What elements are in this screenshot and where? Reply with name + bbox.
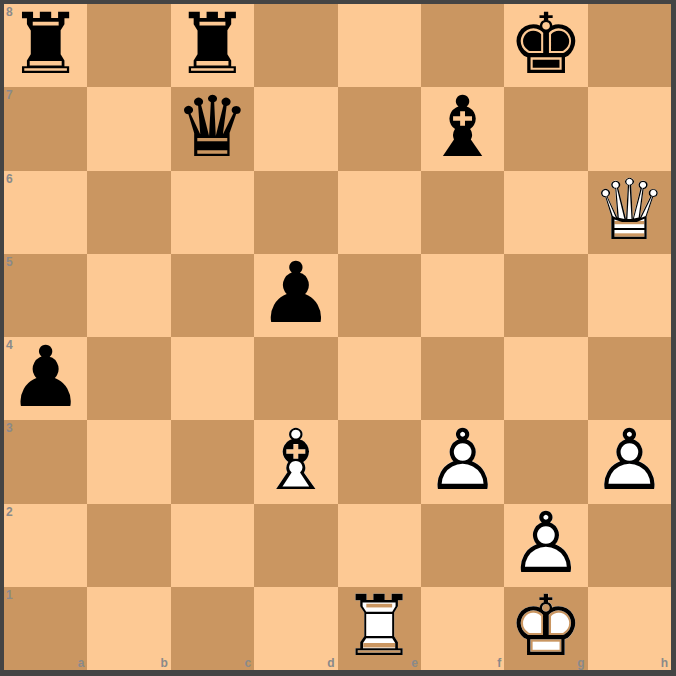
black-pawn[interactable]: ♟ [254,254,337,337]
square-e4[interactable] [338,337,421,420]
square-b7[interactable] [87,87,170,170]
square-d2[interactable] [254,504,337,587]
white-king-outline: ♔ [508,585,583,669]
black-rook[interactable]: ♜ [171,4,254,87]
square-a1[interactable]: 1a [4,587,87,670]
black-rook-glyph: ♜ [175,2,250,86]
square-b2[interactable] [87,504,170,587]
square-d4[interactable] [254,337,337,420]
square-b3[interactable] [87,420,170,503]
square-a2[interactable]: 2 [4,504,87,587]
square-f5[interactable] [421,254,504,337]
square-b6[interactable] [87,171,170,254]
file-label-f: f [497,656,501,670]
square-d7[interactable] [254,87,337,170]
black-pawn-glyph: ♟ [258,252,333,336]
square-h4[interactable] [588,337,671,420]
square-b1[interactable]: b [87,587,170,670]
white-king[interactable]: ♚♔ [504,587,587,670]
square-d3[interactable]: ♝♗ [254,420,337,503]
black-bishop[interactable]: ♝ [421,87,504,170]
square-d5[interactable]: ♟ [254,254,337,337]
square-c1[interactable]: c [171,587,254,670]
square-a4[interactable]: 4♟ [4,337,87,420]
square-c8[interactable]: ♜ [171,4,254,87]
square-d1[interactable]: d [254,587,337,670]
square-g2[interactable]: ♟♙ [504,504,587,587]
square-c3[interactable] [171,420,254,503]
white-queen[interactable]: ♛♕ [588,171,671,254]
square-h8[interactable] [588,4,671,87]
square-e6[interactable] [338,171,421,254]
square-f2[interactable] [421,504,504,587]
square-a5[interactable]: 5 [4,254,87,337]
rank-label-1: 1 [6,588,13,602]
file-label-h: h [661,656,668,670]
white-queen-outline: ♕ [592,168,667,252]
square-d8[interactable] [254,4,337,87]
square-d6[interactable] [254,171,337,254]
black-rook[interactable]: ♜ [4,4,87,87]
square-f6[interactable] [421,171,504,254]
white-pawn[interactable]: ♟♙ [504,504,587,587]
square-a6[interactable]: 6 [4,171,87,254]
square-f4[interactable] [421,337,504,420]
file-label-b: b [160,656,167,670]
square-b5[interactable] [87,254,170,337]
white-pawn-outline: ♙ [592,418,667,502]
square-a7[interactable]: 7 [4,87,87,170]
square-f8[interactable] [421,4,504,87]
square-e1[interactable]: e♜♖ [338,587,421,670]
square-e5[interactable] [338,254,421,337]
square-b4[interactable] [87,337,170,420]
black-rook-glyph: ♜ [8,2,83,86]
square-e8[interactable] [338,4,421,87]
rank-label-2: 2 [6,505,13,519]
square-h1[interactable]: h [588,587,671,670]
chess-board-frame: 8♜♜♚7♛♝6♛♕5♟4♟3♝♗♟♙♟♙2♟♙1abcde♜♖fg♚♔h [0,0,676,676]
square-h2[interactable] [588,504,671,587]
file-label-d: d [327,656,334,670]
square-e7[interactable] [338,87,421,170]
white-pawn[interactable]: ♟♙ [421,420,504,503]
white-pawn-outline: ♙ [508,501,583,585]
white-rook[interactable]: ♜♖ [338,587,421,670]
square-g7[interactable] [504,87,587,170]
white-rook-outline: ♖ [342,585,417,669]
square-e3[interactable] [338,420,421,503]
file-label-a: a [78,656,85,670]
square-a3[interactable]: 3 [4,420,87,503]
square-e2[interactable] [338,504,421,587]
square-h5[interactable] [588,254,671,337]
square-h6[interactable]: ♛♕ [588,171,671,254]
black-pawn[interactable]: ♟ [4,337,87,420]
square-f1[interactable]: f [421,587,504,670]
file-label-c: c [244,656,251,670]
black-bishop-glyph: ♝ [425,85,500,169]
white-pawn-outline: ♙ [425,418,500,502]
square-g6[interactable] [504,171,587,254]
square-b8[interactable] [87,4,170,87]
black-queen[interactable]: ♛ [171,87,254,170]
white-bishop[interactable]: ♝♗ [254,420,337,503]
square-h7[interactable] [588,87,671,170]
rank-label-5: 5 [6,255,13,269]
square-g4[interactable] [504,337,587,420]
square-f3[interactable]: ♟♙ [421,420,504,503]
chess-board: 8♜♜♚7♛♝6♛♕5♟4♟3♝♗♟♙♟♙2♟♙1abcde♜♖fg♚♔h [4,4,671,670]
square-c2[interactable] [171,504,254,587]
white-pawn[interactable]: ♟♙ [588,420,671,503]
square-g8[interactable]: ♚ [504,4,587,87]
square-f7[interactable]: ♝ [421,87,504,170]
square-g5[interactable] [504,254,587,337]
square-h3[interactable]: ♟♙ [588,420,671,503]
square-c5[interactable] [171,254,254,337]
black-queen-glyph: ♛ [175,85,250,169]
square-c4[interactable] [171,337,254,420]
square-c7[interactable]: ♛ [171,87,254,170]
square-a8[interactable]: 8♜ [4,4,87,87]
square-g1[interactable]: g♚♔ [504,587,587,670]
black-king-glyph: ♚ [508,2,583,86]
white-bishop-outline: ♗ [258,418,333,502]
rank-label-6: 6 [6,172,13,186]
square-c6[interactable] [171,171,254,254]
black-pawn-glyph: ♟ [8,335,83,419]
black-king[interactable]: ♚ [504,4,587,87]
square-g3[interactable] [504,420,587,503]
